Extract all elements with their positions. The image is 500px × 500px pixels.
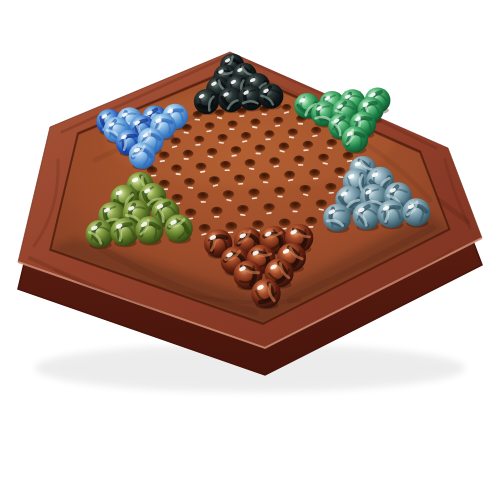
hole-glint [292, 211, 297, 213]
hole [269, 157, 280, 165]
hole [237, 205, 249, 213]
hole [284, 171, 295, 179]
hole [274, 187, 285, 195]
hole-glint [183, 158, 188, 160]
marble-glass [194, 89, 219, 114]
hole-glint [214, 216, 219, 218]
hole [209, 176, 220, 184]
hole [234, 174, 245, 182]
hole [279, 143, 290, 151]
hole [184, 178, 195, 186]
hole-glint [151, 175, 156, 177]
hole-glint [313, 178, 318, 180]
marble-glass [342, 126, 368, 152]
hole [194, 136, 204, 143]
hole [264, 130, 274, 137]
hole [263, 203, 275, 211]
hole [218, 134, 228, 141]
marble-black [194, 89, 219, 115]
marble-slate-blue [378, 200, 406, 229]
marble-slate-blue [323, 204, 351, 233]
hole-glint [298, 123, 303, 125]
marble-olive-green [165, 215, 193, 244]
marble-olive-green [111, 218, 139, 247]
marble-olive-green [86, 220, 114, 249]
hole [228, 120, 238, 127]
hole [245, 159, 256, 167]
hole [248, 189, 259, 197]
hole [294, 156, 305, 164]
marble-light-blue [129, 143, 155, 171]
marble-glass [323, 204, 351, 232]
hole-glint [201, 201, 206, 203]
hole [199, 224, 211, 233]
hole [205, 122, 215, 129]
hole [309, 169, 320, 177]
hole-glint [298, 164, 303, 166]
hole [282, 104, 292, 111]
marble-green [342, 126, 368, 154]
marble-red-black [251, 279, 280, 310]
hole [223, 190, 234, 198]
hole [183, 150, 194, 158]
marble-glass [378, 200, 406, 228]
hole [185, 209, 197, 217]
hole [255, 144, 266, 152]
marble-slate-blue [353, 202, 381, 231]
marble-slate-blue [402, 198, 430, 227]
hole [327, 139, 338, 147]
hole-glint [224, 169, 229, 171]
hole [231, 146, 242, 154]
hole [252, 220, 264, 229]
hole [303, 141, 314, 149]
marble-black [258, 84, 283, 110]
hole [316, 200, 328, 208]
chinese-checkers-board [0, 0, 500, 500]
marble-olive-green [135, 216, 163, 245]
hole [279, 219, 291, 228]
hole [288, 129, 298, 136]
hole [225, 222, 237, 231]
hole [171, 165, 182, 173]
product-photo-scene [0, 0, 500, 500]
hole [241, 132, 251, 139]
hole [334, 167, 345, 175]
hole [305, 217, 317, 226]
hole [211, 207, 223, 215]
hole [220, 161, 231, 169]
hole [318, 154, 329, 162]
hole-glint [308, 226, 313, 228]
hole [250, 119, 260, 126]
hole-glint [229, 128, 234, 130]
hole [311, 127, 321, 134]
hole-glint [265, 138, 270, 140]
hole [259, 173, 270, 181]
hole [196, 163, 207, 171]
hole [207, 148, 218, 156]
hole [197, 192, 208, 200]
hole [325, 183, 336, 191]
hole [300, 185, 311, 193]
hole [289, 201, 301, 209]
hole [273, 117, 283, 124]
